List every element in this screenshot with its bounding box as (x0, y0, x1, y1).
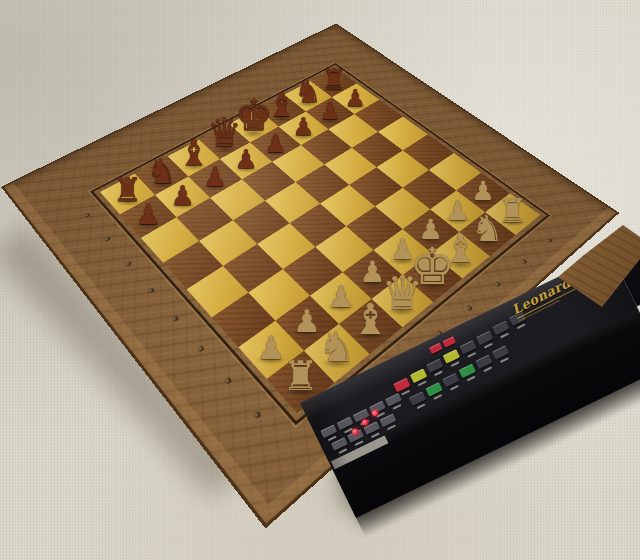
piece-black-pawn-b7[interactable]: ♟ (170, 182, 194, 209)
piece-black-pawn-d7[interactable]: ♟ (235, 147, 258, 173)
piece-white-rook-a1[interactable]: ♜ (282, 356, 318, 397)
piece-black-pawn-e7[interactable]: ♟ (264, 130, 286, 155)
piece-white-pawn-b2[interactable]: ♟ (293, 306, 321, 337)
piece-white-pawn-c2[interactable]: ♟ (327, 281, 354, 311)
piece-black-pawn-a7[interactable]: ♟ (136, 201, 161, 229)
piece-black-knight-g8[interactable]: ♞ (295, 77, 322, 107)
piece-black-pawn-h7[interactable]: ♟ (345, 86, 366, 109)
piece-white-bishop-c1[interactable]: ♝ (351, 298, 389, 341)
piece-black-pawn-f7[interactable]: ♟ (293, 115, 315, 139)
piece-black-rook-h8[interactable]: ♜ (321, 65, 346, 93)
piece-white-pawn-g2[interactable]: ♟ (445, 196, 469, 223)
piece-white-pawn-h2[interactable]: ♟ (471, 178, 495, 204)
piece-black-pawn-c7[interactable]: ♟ (203, 164, 227, 190)
photo-chess-computer: Leonardo ♜♞♝♛♚♝♞♜♟♟♟♟♟♟♟♟♟♟♟♟♟♟♟♟♜♞♝♛♚♝♞… (0, 0, 640, 560)
piece-white-knight-b1[interactable]: ♞ (318, 326, 355, 368)
piece-white-pawn-a2[interactable]: ♟ (257, 332, 286, 364)
piece-black-pawn-g7[interactable]: ♟ (319, 100, 340, 124)
